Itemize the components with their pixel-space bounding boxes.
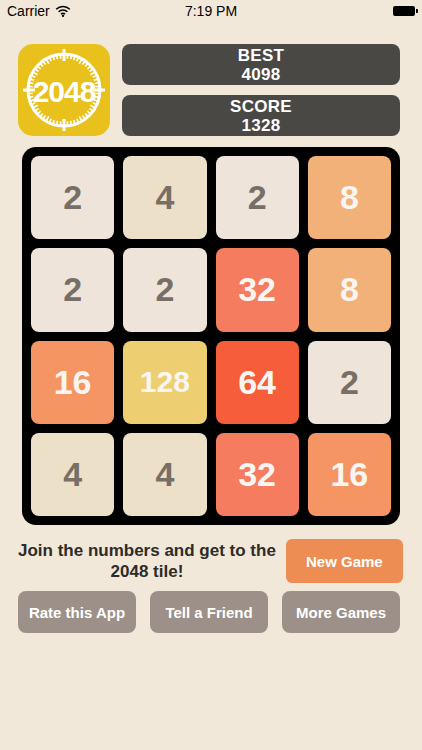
status-time: 7:19 PM [0,3,422,19]
battery-icon [393,6,415,16]
tile-4: 4 [31,433,114,516]
score-label: SCORE [230,97,292,116]
app-screen: 7:19 PM Carrier 2048 BEST 409 [0,0,422,750]
header: 2048 BEST 4098 SCORE 1328 [18,44,400,136]
tile-16: 16 [31,341,114,424]
tile-32: 32 [216,433,299,516]
tile-32: 32 [216,248,299,331]
tile-16: 16 [308,433,391,516]
status-bar: 7:19 PM Carrier [0,0,422,22]
tile-2: 2 [31,156,114,239]
best-label: BEST [238,46,285,65]
rate-this-app-button[interactable]: Rate this App [18,591,136,633]
tile-2: 2 [31,248,114,331]
tagline-line1: Join the numbers and get to the [18,540,276,561]
tile-64: 64 [216,341,299,424]
app-logo-text: 2048 [33,75,96,108]
tagline: Join the numbers and get to the 2048 til… [18,540,276,582]
score-value: 1328 [241,116,280,135]
tile-128: 128 [123,341,206,424]
tile-4: 4 [123,156,206,239]
app-logo-clock-icon: 2048 [18,44,110,136]
tell-a-friend-button[interactable]: Tell a Friend [150,591,268,633]
tile-8: 8 [308,156,391,239]
tile-2: 2 [123,248,206,331]
best-value: 4098 [241,65,280,84]
new-game-button[interactable]: New Game [286,539,403,583]
tagline-line2: 2048 tile! [18,561,276,582]
tile-8: 8 [308,248,391,331]
tile-2: 2 [308,341,391,424]
tile-4: 4 [123,433,206,516]
footer-row2: Rate this App Tell a Friend More Games [18,591,400,633]
footer-row1: Join the numbers and get to the 2048 til… [18,539,400,583]
current-score-box: SCORE 1328 [122,95,400,136]
board-grid[interactable]: 24282232816128642443216 [22,147,400,525]
tile-2: 2 [216,156,299,239]
more-games-button[interactable]: More Games [282,591,400,633]
best-score-box: BEST 4098 [122,44,400,85]
